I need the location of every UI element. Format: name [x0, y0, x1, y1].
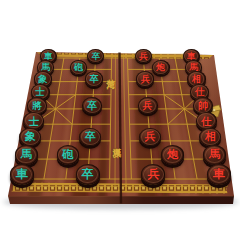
piece-glyph: 車	[187, 52, 196, 61]
piece-red-advisor[interactable]: 仕	[196, 112, 217, 129]
piece-green-cannon[interactable]: 砲	[70, 60, 88, 75]
piece-red-soldier[interactable]: 兵	[141, 164, 165, 184]
river-label-chu-he: 楚河	[106, 72, 115, 74]
piece-glyph: 卒	[82, 168, 94, 180]
piece-green-soldier[interactable]: 卒	[87, 49, 104, 63]
river-label-han-jie: 漢界	[112, 141, 121, 143]
piece-glyph: 象	[38, 74, 47, 83]
piece-red-cannon[interactable]: 炮	[152, 60, 170, 75]
piece-red-soldier[interactable]: 兵	[139, 128, 161, 146]
piece-glyph: 馬	[189, 63, 198, 72]
pieces-layer: 車馬象士將士象馬車砲砲卒卒卒卒卒兵兵兵兵兵炮炮車馬相仕帥仕相馬車	[0, 0, 240, 240]
piece-glyph: 士	[29, 116, 39, 126]
piece-red-soldier[interactable]: 兵	[136, 71, 154, 86]
piece-glyph: 兵	[143, 101, 153, 111]
piece-glyph: 炮	[156, 63, 165, 72]
piece-green-soldier[interactable]: 卒	[76, 164, 100, 184]
photo-background: 楚河 漢界 車馬象士將士象馬車砲砲卒卒卒卒卒兵兵兵兵兵炮炮車馬相仕帥仕相馬車	[0, 0, 240, 240]
piece-glyph: 車	[16, 168, 28, 180]
piece-red-horse[interactable]: 馬	[203, 145, 226, 164]
piece-red-soldier[interactable]: 兵	[135, 49, 152, 63]
piece-glyph: 卒	[90, 74, 99, 83]
piece-glyph: 仕	[201, 116, 211, 126]
piece-glyph: 卒	[85, 132, 96, 143]
piece-glyph: 兵	[141, 74, 150, 83]
piece-glyph: 砲	[74, 63, 83, 72]
piece-glyph: 仕	[195, 87, 205, 97]
piece-glyph: 炮	[167, 149, 178, 160]
piece-glyph: 卒	[91, 52, 100, 61]
piece-glyph: 帥	[198, 101, 208, 111]
piece-green-cannon[interactable]: 砲	[57, 145, 80, 164]
piece-glyph: 相	[192, 74, 201, 83]
piece-glyph: 車	[213, 168, 225, 180]
piece-glyph: 士	[35, 87, 45, 97]
piece-green-advisor[interactable]: 士	[23, 112, 44, 129]
piece-glyph: 象	[25, 132, 36, 143]
piece-red-elephant[interactable]: 相	[199, 128, 221, 146]
piece-glyph: 卒	[87, 101, 97, 111]
piece-glyph: 兵	[145, 132, 156, 143]
piece-green-soldier[interactable]: 卒	[79, 128, 101, 146]
piece-red-soldier[interactable]: 兵	[138, 97, 158, 114]
piece-glyph: 相	[205, 132, 216, 143]
piece-green-chariot[interactable]: 車	[10, 164, 34, 184]
piece-green-horse[interactable]: 馬	[15, 145, 38, 164]
piece-green-soldier[interactable]: 卒	[82, 97, 102, 114]
piece-glyph: 馬	[21, 149, 32, 160]
piece-glyph: 兵	[147, 168, 159, 180]
piece-glyph: 砲	[62, 149, 73, 160]
piece-glyph: 將	[32, 101, 42, 111]
piece-green-soldier[interactable]: 卒	[85, 71, 103, 86]
piece-red-chariot[interactable]: 車	[207, 164, 231, 184]
piece-red-cannon[interactable]: 炮	[161, 145, 184, 164]
piece-glyph: 兵	[139, 52, 148, 61]
piece-glyph: 馬	[209, 149, 220, 160]
piece-glyph: 馬	[41, 63, 50, 72]
piece-glyph: 車	[44, 52, 53, 61]
piece-green-elephant[interactable]: 象	[19, 128, 41, 146]
